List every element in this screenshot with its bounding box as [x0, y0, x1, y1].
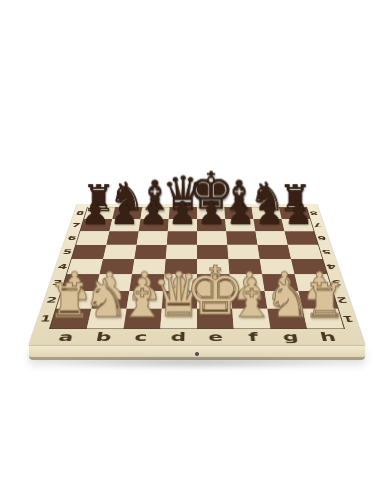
- rank-label-right-6: 6: [317, 235, 328, 242]
- rank-label-left-7: 7: [71, 222, 81, 228]
- square-d7[interactable]: ♟: [168, 219, 197, 231]
- square-a5[interactable]: [72, 245, 107, 259]
- square-b5[interactable]: [103, 245, 137, 259]
- piece-dark-pawn-c7[interactable]: ♟: [139, 197, 168, 229]
- piece-dark-pawn-a7[interactable]: ♟: [81, 197, 110, 229]
- square-e6[interactable]: [197, 231, 227, 244]
- board-grid: ♜♞♝♛♚♝♞♜♟♟♟♟♟♟♟♟♟♟♟♟♟♟♟♟♜♞♝♛♚♝♞♜: [50, 207, 344, 328]
- file-labels: abcdefgh: [45, 328, 349, 345]
- piece-dark-pawn-f7[interactable]: ♟: [226, 197, 255, 229]
- square-h5[interactable]: [288, 245, 323, 259]
- rank-label-right-5: 5: [321, 248, 332, 255]
- piece-dark-pawn-b7[interactable]: ♟: [110, 197, 139, 229]
- rank-label-right-7: 7: [313, 222, 323, 228]
- square-h1[interactable]: ♜: [303, 309, 344, 329]
- square-a6[interactable]: [76, 231, 109, 244]
- square-g1[interactable]: ♞: [267, 309, 307, 329]
- square-e7[interactable]: ♟: [197, 219, 226, 231]
- file-label-h: h: [318, 330, 337, 344]
- board-shadow: [38, 357, 350, 369]
- photo-scene: 87654321 ♜♞♝♛♚♝♞♜♟♟♟♟♟♟♟♟♟♟♟♟♟♟♟♟♜♞♝♛♚♝♞…: [0, 0, 381, 492]
- rank-label-left-5: 5: [62, 248, 73, 255]
- fold-seam-dot: [195, 352, 199, 356]
- file-label-c: c: [134, 330, 148, 344]
- square-c7[interactable]: ♟: [139, 219, 169, 231]
- square-a7[interactable]: ♟: [80, 219, 112, 231]
- file-label-b: b: [94, 330, 112, 344]
- rank-label-left-6: 6: [66, 235, 77, 242]
- square-g6[interactable]: [255, 231, 287, 244]
- square-f7[interactable]: ♟: [225, 219, 255, 231]
- rank-label-right-8: 8: [309, 210, 319, 216]
- square-b7[interactable]: ♟: [109, 219, 140, 231]
- square-g5[interactable]: [257, 245, 291, 259]
- file-label-d: d: [170, 330, 186, 344]
- square-h6[interactable]: [285, 231, 318, 244]
- piece-dark-pawn-e7[interactable]: ♟: [197, 197, 226, 229]
- square-b6[interactable]: [106, 231, 138, 244]
- file-label-f: f: [248, 330, 259, 344]
- rank-label-right-1: 1: [342, 314, 356, 324]
- square-c5[interactable]: [134, 245, 166, 259]
- square-c6[interactable]: [137, 231, 168, 244]
- board-surface: 87654321 ♜♞♝♛♚♝♞♜♟♟♟♟♟♟♟♟♟♟♟♟♟♟♟♟♜♞♝♛♚♝♞…: [29, 204, 365, 345]
- piece-dark-pawn-g7[interactable]: ♟: [255, 197, 284, 229]
- chess-board: 87654321 ♜♞♝♛♚♝♞♜♟♟♟♟♟♟♟♟♟♟♟♟♟♟♟♟♜♞♝♛♚♝♞…: [29, 204, 365, 345]
- piece-dark-pawn-d7[interactable]: ♟: [168, 197, 197, 229]
- file-label-g: g: [281, 330, 299, 344]
- rank-label-right-2: 2: [336, 295, 349, 304]
- square-d6[interactable]: [167, 231, 197, 244]
- square-f6[interactable]: [226, 231, 257, 244]
- square-g7[interactable]: ♟: [253, 219, 284, 231]
- file-label-a: a: [57, 330, 75, 344]
- file-label-e: e: [208, 330, 223, 344]
- square-h7[interactable]: ♟: [282, 219, 314, 231]
